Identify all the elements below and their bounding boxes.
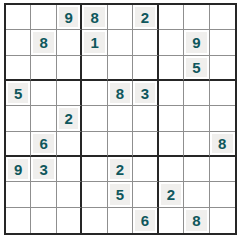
cell-r8c1[interactable] (6, 182, 31, 207)
cell-r5c4[interactable] (82, 106, 107, 131)
cell-r1c9[interactable] (210, 5, 235, 30)
cell-r4c6[interactable]: 3 (133, 81, 158, 106)
cell-r4c7[interactable] (159, 81, 184, 106)
cell-r3c4[interactable] (82, 56, 107, 81)
cell-r7c4[interactable] (82, 157, 107, 182)
cell-r2c2[interactable]: 8 (31, 30, 56, 55)
cell-r7c7[interactable] (159, 157, 184, 182)
cell-r8c6[interactable] (133, 182, 158, 207)
cell-r2c5[interactable] (108, 30, 133, 55)
cell-r7c9[interactable] (210, 157, 235, 182)
cell-r8c7[interactable]: 2 (159, 182, 184, 207)
cell-r9c3[interactable] (57, 208, 82, 233)
cell-r7c3[interactable] (57, 157, 82, 182)
cell-r9c1[interactable] (6, 208, 31, 233)
cell-r5c6[interactable] (133, 106, 158, 131)
cell-r1c7[interactable] (159, 5, 184, 30)
cell-r4c5[interactable]: 8 (108, 81, 133, 106)
cell-r9c6[interactable]: 6 (133, 208, 158, 233)
cell-r6c3[interactable] (57, 132, 82, 157)
cell-r1c5[interactable] (108, 5, 133, 30)
cell-r4c8[interactable] (184, 81, 209, 106)
cell-r2c3[interactable] (57, 30, 82, 55)
cell-r1c1[interactable] (6, 5, 31, 30)
cell-r5c5[interactable] (108, 106, 133, 131)
cell-r9c2[interactable] (31, 208, 56, 233)
cell-r5c7[interactable] (159, 106, 184, 131)
cell-r6c6[interactable] (133, 132, 158, 157)
cell-r5c1[interactable] (6, 106, 31, 131)
cell-r4c9[interactable] (210, 81, 235, 106)
cell-r4c3[interactable] (57, 81, 82, 106)
cell-r9c7[interactable] (159, 208, 184, 233)
cell-r8c4[interactable] (82, 182, 107, 207)
cell-r3c1[interactable] (6, 56, 31, 81)
cell-r4c2[interactable] (31, 81, 56, 106)
cell-r3c5[interactable] (108, 56, 133, 81)
cell-r6c9[interactable]: 8 (210, 132, 235, 157)
cell-r6c2[interactable]: 6 (31, 132, 56, 157)
sudoku-board: 98281955832689325268 (4, 3, 237, 235)
cell-r8c3[interactable] (57, 182, 82, 207)
cell-r7c1[interactable]: 9 (6, 157, 31, 182)
cell-r3c3[interactable] (57, 56, 82, 81)
cell-r2c9[interactable] (210, 30, 235, 55)
cell-r6c4[interactable] (82, 132, 107, 157)
cell-r3c9[interactable] (210, 56, 235, 81)
cell-r8c9[interactable] (210, 182, 235, 207)
cell-r6c5[interactable] (108, 132, 133, 157)
cell-r9c5[interactable] (108, 208, 133, 233)
cell-r6c8[interactable] (184, 132, 209, 157)
cell-r4c4[interactable] (82, 81, 107, 106)
cell-r1c4[interactable]: 8 (82, 5, 107, 30)
cell-r3c6[interactable] (133, 56, 158, 81)
cell-r5c9[interactable] (210, 106, 235, 131)
cell-r5c8[interactable] (184, 106, 209, 131)
cell-r1c3[interactable]: 9 (57, 5, 82, 30)
cell-r1c2[interactable] (31, 5, 56, 30)
cell-r5c3[interactable]: 2 (57, 106, 82, 131)
cell-r6c7[interactable] (159, 132, 184, 157)
cell-r9c9[interactable] (210, 208, 235, 233)
cell-r2c6[interactable] (133, 30, 158, 55)
cell-r5c2[interactable] (31, 106, 56, 131)
cell-r7c8[interactable] (184, 157, 209, 182)
cell-r3c7[interactable] (159, 56, 184, 81)
cell-r2c4[interactable]: 1 (82, 30, 107, 55)
cell-r4c1[interactable]: 5 (6, 81, 31, 106)
cell-r6c1[interactable] (6, 132, 31, 157)
cell-r2c1[interactable] (6, 30, 31, 55)
cell-r8c8[interactable] (184, 182, 209, 207)
cell-r7c5[interactable]: 2 (108, 157, 133, 182)
cell-r1c8[interactable] (184, 5, 209, 30)
cell-r7c6[interactable] (133, 157, 158, 182)
cell-r3c8[interactable]: 5 (184, 56, 209, 81)
cell-r9c4[interactable] (82, 208, 107, 233)
cell-r7c2[interactable]: 3 (31, 157, 56, 182)
cell-r1c6[interactable]: 2 (133, 5, 158, 30)
cell-r2c8[interactable]: 9 (184, 30, 209, 55)
cell-r3c2[interactable] (31, 56, 56, 81)
cell-r8c5[interactable]: 5 (108, 182, 133, 207)
cell-r8c2[interactable] (31, 182, 56, 207)
cell-r9c8[interactable]: 8 (184, 208, 209, 233)
cell-r2c7[interactable] (159, 30, 184, 55)
